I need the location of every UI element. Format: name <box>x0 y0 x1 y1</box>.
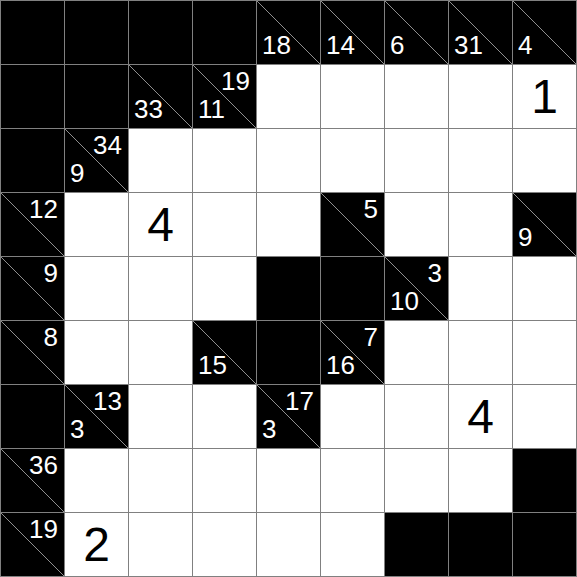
cell-r7c6[interactable] <box>385 449 448 512</box>
across-clue-r8c0: 19 <box>29 516 58 542</box>
down-clue-r1c3: 11 <box>198 96 225 122</box>
cell-r2c6[interactable] <box>385 129 448 192</box>
cell-r8c4[interactable] <box>257 513 320 576</box>
cell-r3c2[interactable]: 4 <box>129 193 192 256</box>
cell-r6c2[interactable] <box>129 385 192 448</box>
cell-r1c7[interactable] <box>449 65 512 128</box>
across-clue-r6c1: 13 <box>93 388 122 414</box>
down-clue-r0c5: 14 <box>326 32 355 58</box>
entry-r3c2: 4 <box>129 193 192 256</box>
cell-r6c5[interactable] <box>321 385 384 448</box>
cell-r0c5: 14 <box>321 1 384 64</box>
cell-r3c8: 9 <box>513 193 576 256</box>
cell-r8c6 <box>385 513 448 576</box>
cell-r6c3[interactable] <box>193 385 256 448</box>
across-clue-r4c6: 3 <box>428 260 442 286</box>
cell-r5c3: 15 <box>193 321 256 384</box>
cell-r5c7[interactable] <box>449 321 512 384</box>
cell-r1c1 <box>65 65 128 128</box>
across-clue-r4c0: 9 <box>44 260 58 286</box>
cell-r8c0: 19 <box>1 513 64 576</box>
cell-r0c8: 4 <box>513 1 576 64</box>
cell-r8c7 <box>449 513 512 576</box>
cell-r3c3[interactable] <box>193 193 256 256</box>
cell-r4c0: 9 <box>1 257 64 320</box>
cell-r8c8 <box>513 513 576 576</box>
cell-r3c6[interactable] <box>385 193 448 256</box>
cell-r8c2[interactable] <box>129 513 192 576</box>
cell-r6c6[interactable] <box>385 385 448 448</box>
cell-r1c6[interactable] <box>385 65 448 128</box>
entry-r6c7: 4 <box>449 385 512 448</box>
down-clue-r6c1: 3 <box>70 416 84 442</box>
entry-r1c8: 1 <box>513 65 576 128</box>
down-clue-r3c8: 9 <box>518 224 532 250</box>
cell-r6c8[interactable] <box>513 385 576 448</box>
cell-r8c3[interactable] <box>193 513 256 576</box>
cell-r5c0: 8 <box>1 321 64 384</box>
cell-r6c0 <box>1 385 64 448</box>
entry-r8c1: 2 <box>65 513 128 576</box>
cell-r2c8[interactable] <box>513 129 576 192</box>
cell-r4c6: 310 <box>385 257 448 320</box>
cell-r3c4[interactable] <box>257 193 320 256</box>
cell-r1c5[interactable] <box>321 65 384 128</box>
down-clue-r4c6: 10 <box>390 288 419 314</box>
cell-r3c7[interactable] <box>449 193 512 256</box>
cell-r8c5[interactable] <box>321 513 384 576</box>
down-clue-r2c1: 9 <box>70 160 84 186</box>
cell-r2c3[interactable] <box>193 129 256 192</box>
cell-r2c2[interactable] <box>129 129 192 192</box>
down-clue-r0c4: 18 <box>262 32 291 58</box>
cell-r2c4[interactable] <box>257 129 320 192</box>
cell-r5c2[interactable] <box>129 321 192 384</box>
cell-r4c2[interactable] <box>129 257 192 320</box>
cell-r5c4 <box>257 321 320 384</box>
cell-r4c4 <box>257 257 320 320</box>
cell-r1c4[interactable] <box>257 65 320 128</box>
kakuro-board: 1814631433191113491245993108157161331734… <box>0 0 577 577</box>
across-clue-r1c3: 19 <box>221 68 250 94</box>
cell-r2c1: 349 <box>65 129 128 192</box>
cell-r4c7[interactable] <box>449 257 512 320</box>
down-clue-r0c6: 6 <box>390 32 404 58</box>
cell-r1c8[interactable]: 1 <box>513 65 576 128</box>
down-clue-r1c2: 33 <box>134 96 163 122</box>
cell-r4c8[interactable] <box>513 257 576 320</box>
cell-r1c2: 33 <box>129 65 192 128</box>
across-clue-r7c0: 36 <box>29 452 58 478</box>
cell-r4c5 <box>321 257 384 320</box>
across-clue-r3c5: 5 <box>364 196 378 222</box>
cell-r6c1: 133 <box>65 385 128 448</box>
cell-r0c4: 18 <box>257 1 320 64</box>
cell-r4c3[interactable] <box>193 257 256 320</box>
across-clue-r3c0: 12 <box>29 196 58 222</box>
cell-r3c0: 12 <box>1 193 64 256</box>
down-clue-r0c7: 31 <box>454 32 483 58</box>
cell-r0c2 <box>129 1 192 64</box>
cell-r6c7[interactable]: 4 <box>449 385 512 448</box>
across-clue-r6c4: 17 <box>285 388 314 414</box>
cell-r0c0 <box>1 1 64 64</box>
cell-r0c6: 6 <box>385 1 448 64</box>
cell-r4c1[interactable] <box>65 257 128 320</box>
cell-r0c7: 31 <box>449 1 512 64</box>
cell-r5c8[interactable] <box>513 321 576 384</box>
down-clue-r0c8: 4 <box>518 32 532 58</box>
cell-r7c1[interactable] <box>65 449 128 512</box>
cell-r5c1[interactable] <box>65 321 128 384</box>
cell-r7c3[interactable] <box>193 449 256 512</box>
cell-r0c3 <box>193 1 256 64</box>
down-clue-r6c4: 3 <box>262 416 276 442</box>
cell-r7c4[interactable] <box>257 449 320 512</box>
cell-r5c5: 716 <box>321 321 384 384</box>
cell-r7c5[interactable] <box>321 449 384 512</box>
cell-r7c2[interactable] <box>129 449 192 512</box>
cell-r1c0 <box>1 65 64 128</box>
cell-r7c7[interactable] <box>449 449 512 512</box>
across-clue-r5c0: 8 <box>44 324 58 350</box>
cell-r7c8 <box>513 449 576 512</box>
cell-r3c5: 5 <box>321 193 384 256</box>
cell-r2c5[interactable] <box>321 129 384 192</box>
cell-r6c4: 173 <box>257 385 320 448</box>
cell-r0c1 <box>65 1 128 64</box>
down-clue-r5c3: 15 <box>198 352 227 378</box>
cell-r3c1[interactable] <box>65 193 128 256</box>
across-clue-r2c1: 34 <box>93 132 122 158</box>
cell-r8c1[interactable]: 2 <box>65 513 128 576</box>
cell-r2c0 <box>1 129 64 192</box>
cell-r1c3: 1911 <box>193 65 256 128</box>
cell-r7c0: 36 <box>1 449 64 512</box>
cell-r5c6[interactable] <box>385 321 448 384</box>
across-clue-r5c5: 7 <box>364 324 378 350</box>
down-clue-r5c5: 16 <box>326 352 355 378</box>
cell-r2c7[interactable] <box>449 129 512 192</box>
